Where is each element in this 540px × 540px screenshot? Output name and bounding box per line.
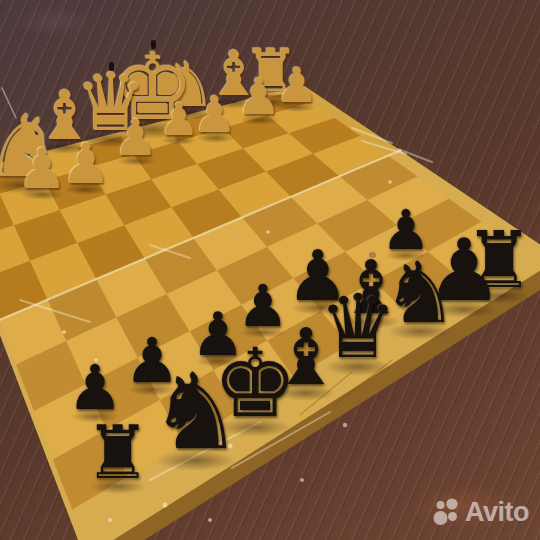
chessboard bbox=[0, 0, 540, 540]
avito-watermark-text: Avito bbox=[465, 497, 529, 528]
avito-logo-icon bbox=[433, 498, 460, 527]
avito-watermark: Avito bbox=[433, 497, 529, 528]
listing-photo: ♝♜♟♞♟♚♟♛♟♝♟♞♟♟♟♜♟♟♝♞♟♟♛♟♝♟♚♞♜ Avito bbox=[0, 0, 540, 540]
